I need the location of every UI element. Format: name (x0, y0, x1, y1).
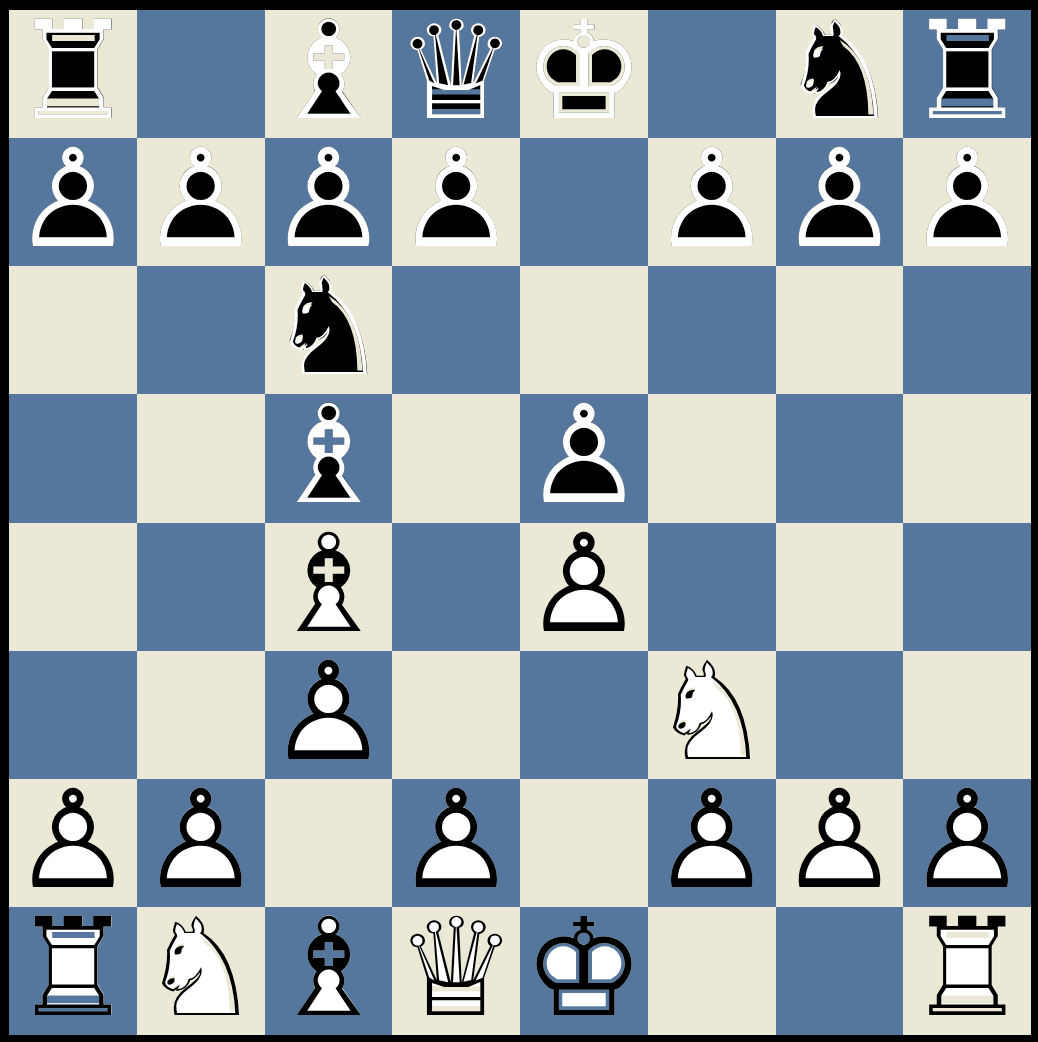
square-b5[interactable] (137, 394, 265, 522)
square-h4[interactable] (903, 523, 1031, 651)
square-g8[interactable]: ♞♘ (776, 10, 904, 138)
black-knight[interactable]: ♞♘ (265, 266, 393, 394)
piece-outline-layer: ♙ (392, 779, 520, 907)
square-h7[interactable]: ♟♙ (903, 138, 1031, 266)
chess-board: ♜♖♝♗♛♕♚♔♞♘♜♖♟♙♟♙♟♙♟♙♟♙♟♙♟♙♞♘♝♗♟♙♝♗♟♙♟♙♞♘… (9, 10, 1031, 1035)
square-g5[interactable] (776, 394, 904, 522)
piece-outline-layer: ♗ (265, 907, 393, 1035)
white-king[interactable]: ♚♔ (520, 907, 648, 1035)
square-c7[interactable]: ♟♙ (265, 138, 393, 266)
square-a2[interactable]: ♟♙ (9, 779, 137, 907)
square-b4[interactable] (137, 523, 265, 651)
square-g4[interactable] (776, 523, 904, 651)
square-d8[interactable]: ♛♕ (392, 10, 520, 138)
square-b3[interactable] (137, 651, 265, 779)
piece-outline-layer: ♔ (520, 907, 648, 1035)
square-a4[interactable] (9, 523, 137, 651)
square-f5[interactable] (648, 394, 776, 522)
white-rook[interactable]: ♜♖ (903, 907, 1031, 1035)
piece-outline-layer: ♙ (776, 138, 904, 266)
white-knight[interactable]: ♞♘ (648, 651, 776, 779)
black-pawn[interactable]: ♟♙ (520, 394, 648, 522)
black-queen[interactable]: ♛♕ (392, 10, 520, 138)
black-pawn[interactable]: ♟♙ (137, 138, 265, 266)
square-f4[interactable] (648, 523, 776, 651)
square-a3[interactable] (9, 651, 137, 779)
square-a5[interactable] (9, 394, 137, 522)
square-h3[interactable] (903, 651, 1031, 779)
white-knight[interactable]: ♞♘ (137, 907, 265, 1035)
piece-outline-layer: ♘ (265, 266, 393, 394)
square-f7[interactable]: ♟♙ (648, 138, 776, 266)
square-b8[interactable] (137, 10, 265, 138)
square-f6[interactable] (648, 266, 776, 394)
square-f1[interactable] (648, 907, 776, 1035)
square-g1[interactable] (776, 907, 904, 1035)
black-rook[interactable]: ♜♖ (9, 10, 137, 138)
square-d3[interactable] (392, 651, 520, 779)
piece-outline-layer: ♙ (9, 138, 137, 266)
black-pawn[interactable]: ♟♙ (776, 138, 904, 266)
piece-outline-layer: ♙ (137, 779, 265, 907)
square-a8[interactable]: ♜♖ (9, 10, 137, 138)
white-pawn[interactable]: ♟♙ (137, 779, 265, 907)
piece-outline-layer: ♙ (903, 138, 1031, 266)
piece-outline-layer: ♙ (265, 651, 393, 779)
board-frame: ♜♖♝♗♛♕♚♔♞♘♜♖♟♙♟♙♟♙♟♙♟♙♟♙♟♙♞♘♝♗♟♙♝♗♟♙♟♙♞♘… (0, 0, 1038, 1042)
white-pawn[interactable]: ♟♙ (9, 779, 137, 907)
piece-outline-layer: ♙ (265, 138, 393, 266)
square-c2[interactable] (265, 779, 393, 907)
piece-outline-layer: ♙ (776, 779, 904, 907)
square-c1[interactable]: ♝♗ (265, 907, 393, 1035)
square-b2[interactable]: ♟♙ (137, 779, 265, 907)
square-c6[interactable]: ♞♘ (265, 266, 393, 394)
square-h8[interactable]: ♜♖ (903, 10, 1031, 138)
piece-outline-layer: ♙ (648, 779, 776, 907)
black-pawn[interactable]: ♟♙ (265, 138, 393, 266)
square-a1[interactable]: ♜♖ (9, 907, 137, 1035)
square-e1[interactable]: ♚♔ (520, 907, 648, 1035)
square-h1[interactable]: ♜♖ (903, 907, 1031, 1035)
square-c8[interactable]: ♝♗ (265, 10, 393, 138)
piece-outline-layer: ♘ (648, 651, 776, 779)
square-d4[interactable] (392, 523, 520, 651)
piece-outline-layer: ♕ (392, 907, 520, 1035)
square-e6[interactable] (520, 266, 648, 394)
piece-outline-layer: ♗ (265, 523, 393, 651)
piece-outline-layer: ♖ (903, 10, 1031, 138)
square-e5[interactable]: ♟♙ (520, 394, 648, 522)
piece-outline-layer: ♘ (776, 10, 904, 138)
square-h5[interactable] (903, 394, 1031, 522)
white-bishop[interactable]: ♝♗ (265, 907, 393, 1035)
square-e4[interactable]: ♟♙ (520, 523, 648, 651)
square-g7[interactable]: ♟♙ (776, 138, 904, 266)
piece-outline-layer: ♖ (9, 907, 137, 1035)
black-pawn[interactable]: ♟♙ (903, 138, 1031, 266)
white-pawn[interactable]: ♟♙ (265, 651, 393, 779)
black-knight[interactable]: ♞♘ (776, 10, 904, 138)
white-pawn[interactable]: ♟♙ (520, 523, 648, 651)
piece-outline-layer: ♕ (392, 10, 520, 138)
square-c3[interactable]: ♟♙ (265, 651, 393, 779)
square-d6[interactable] (392, 266, 520, 394)
square-a7[interactable]: ♟♙ (9, 138, 137, 266)
square-g6[interactable] (776, 266, 904, 394)
square-a6[interactable] (9, 266, 137, 394)
white-pawn[interactable]: ♟♙ (903, 779, 1031, 907)
square-f2[interactable]: ♟♙ (648, 779, 776, 907)
square-d1[interactable]: ♛♕ (392, 907, 520, 1035)
square-e7[interactable] (520, 138, 648, 266)
piece-outline-layer: ♙ (520, 394, 648, 522)
square-f3[interactable]: ♞♘ (648, 651, 776, 779)
square-b6[interactable] (137, 266, 265, 394)
piece-outline-layer: ♔ (520, 10, 648, 138)
piece-outline-layer: ♖ (9, 10, 137, 138)
piece-outline-layer: ♙ (520, 523, 648, 651)
square-d7[interactable]: ♟♙ (392, 138, 520, 266)
black-bishop[interactable]: ♝♗ (265, 10, 393, 138)
square-g2[interactable]: ♟♙ (776, 779, 904, 907)
black-king[interactable]: ♚♔ (520, 10, 648, 138)
white-pawn[interactable]: ♟♙ (392, 779, 520, 907)
piece-outline-layer: ♙ (648, 138, 776, 266)
piece-outline-layer: ♙ (9, 779, 137, 907)
black-pawn[interactable]: ♟♙ (9, 138, 137, 266)
piece-outline-layer: ♙ (392, 138, 520, 266)
square-e3[interactable] (520, 651, 648, 779)
white-pawn[interactable]: ♟♙ (648, 779, 776, 907)
white-bishop[interactable]: ♝♗ (265, 523, 393, 651)
piece-outline-layer: ♗ (265, 394, 393, 522)
square-h6[interactable] (903, 266, 1031, 394)
piece-outline-layer: ♗ (265, 10, 393, 138)
black-pawn[interactable]: ♟♙ (392, 138, 520, 266)
piece-outline-layer: ♙ (903, 779, 1031, 907)
square-e2[interactable] (520, 779, 648, 907)
square-b7[interactable]: ♟♙ (137, 138, 265, 266)
black-bishop[interactable]: ♝♗ (265, 394, 393, 522)
black-rook[interactable]: ♜♖ (903, 10, 1031, 138)
square-c5[interactable]: ♝♗ (265, 394, 393, 522)
white-queen[interactable]: ♛♕ (392, 907, 520, 1035)
square-b1[interactable]: ♞♘ (137, 907, 265, 1035)
white-rook[interactable]: ♜♖ (9, 907, 137, 1035)
square-c4[interactable]: ♝♗ (265, 523, 393, 651)
square-d5[interactable] (392, 394, 520, 522)
black-pawn[interactable]: ♟♙ (648, 138, 776, 266)
square-e8[interactable]: ♚♔ (520, 10, 648, 138)
white-pawn[interactable]: ♟♙ (776, 779, 904, 907)
square-d2[interactable]: ♟♙ (392, 779, 520, 907)
piece-outline-layer: ♘ (137, 907, 265, 1035)
square-h2[interactable]: ♟♙ (903, 779, 1031, 907)
square-f8[interactable] (648, 10, 776, 138)
square-g3[interactable] (776, 651, 904, 779)
piece-outline-layer: ♖ (903, 907, 1031, 1035)
piece-outline-layer: ♙ (137, 138, 265, 266)
